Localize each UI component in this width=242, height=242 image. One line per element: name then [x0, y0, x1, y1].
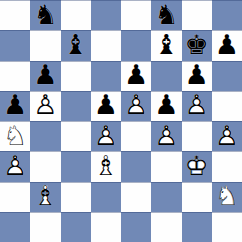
black-pawn-icon: ♟ [121, 61, 151, 91]
square-b1[interactable] [30, 212, 60, 242]
chess-board: ♞♞♝♝♚♟♟♟♟♟♟♙♟♟♙♟♟♙♞♘♟♙♟♙♟♙♟♙♝♗♚♔♝♗♞♘ [0, 0, 242, 242]
white-pawn-icon: ♟♙ [182, 91, 212, 121]
square-h6[interactable] [212, 61, 242, 91]
square-d4[interactable]: ♟♙ [91, 121, 121, 151]
square-d7[interactable] [91, 30, 121, 60]
square-g8[interactable] [182, 0, 212, 30]
square-e7[interactable] [121, 30, 151, 60]
square-f3[interactable] [151, 151, 181, 181]
square-e3[interactable] [121, 151, 151, 181]
square-g3[interactable]: ♚♔ [182, 151, 212, 181]
square-f4[interactable]: ♟♙ [151, 121, 181, 151]
square-g7[interactable]: ♚ [182, 30, 212, 60]
square-b5[interactable]: ♟♙ [30, 91, 60, 121]
black-knight-icon: ♞ [30, 0, 60, 30]
square-c1[interactable] [61, 212, 91, 242]
square-h1[interactable] [212, 212, 242, 242]
white-king-icon: ♚♔ [182, 151, 212, 181]
square-b2[interactable]: ♝♗ [30, 182, 60, 212]
square-b8[interactable]: ♞ [30, 0, 60, 30]
square-g1[interactable] [182, 212, 212, 242]
black-pawn-icon: ♟ [30, 61, 60, 91]
black-pawn-icon: ♟ [0, 91, 30, 121]
white-pawn-icon: ♟♙ [91, 121, 121, 151]
square-g6[interactable]: ♟ [182, 61, 212, 91]
square-a1[interactable] [0, 212, 30, 242]
square-a3[interactable]: ♟♙ [0, 151, 30, 181]
square-h5[interactable] [212, 91, 242, 121]
square-e1[interactable] [121, 212, 151, 242]
square-f6[interactable] [151, 61, 181, 91]
white-bishop-icon: ♝♗ [30, 182, 60, 212]
square-d6[interactable] [91, 61, 121, 91]
square-a2[interactable] [0, 182, 30, 212]
square-c8[interactable] [61, 0, 91, 30]
square-b6[interactable]: ♟ [30, 61, 60, 91]
square-g5[interactable]: ♟♙ [182, 91, 212, 121]
square-b7[interactable] [30, 30, 60, 60]
black-pawn-icon: ♟ [151, 91, 181, 121]
white-knight-icon: ♞♘ [212, 182, 242, 212]
square-a7[interactable] [0, 30, 30, 60]
square-a5[interactable]: ♟ [0, 91, 30, 121]
square-c4[interactable] [61, 121, 91, 151]
square-b3[interactable] [30, 151, 60, 181]
black-king-icon: ♚ [182, 30, 212, 60]
square-a8[interactable] [0, 0, 30, 30]
black-pawn-icon: ♟ [91, 91, 121, 121]
white-pawn-icon: ♟♙ [151, 121, 181, 151]
square-a6[interactable] [0, 61, 30, 91]
square-e8[interactable] [121, 0, 151, 30]
square-f1[interactable] [151, 212, 181, 242]
black-bishop-icon: ♝ [61, 30, 91, 60]
square-d3[interactable]: ♝♗ [91, 151, 121, 181]
square-c2[interactable] [61, 182, 91, 212]
square-h7[interactable]: ♟ [212, 30, 242, 60]
square-b4[interactable] [30, 121, 60, 151]
square-d8[interactable] [91, 0, 121, 30]
square-e5[interactable]: ♟♙ [121, 91, 151, 121]
square-a4[interactable]: ♞♘ [0, 121, 30, 151]
white-pawn-icon: ♟♙ [30, 91, 60, 121]
square-d2[interactable] [91, 182, 121, 212]
white-bishop-icon: ♝♗ [91, 151, 121, 181]
square-c7[interactable]: ♝ [61, 30, 91, 60]
black-pawn-icon: ♟ [212, 30, 242, 60]
white-pawn-icon: ♟♙ [212, 121, 242, 151]
black-knight-icon: ♞ [151, 0, 181, 30]
black-pawn-icon: ♟ [182, 61, 212, 91]
square-c6[interactable] [61, 61, 91, 91]
square-g2[interactable] [182, 182, 212, 212]
square-h3[interactable] [212, 151, 242, 181]
square-e6[interactable]: ♟ [121, 61, 151, 91]
square-c3[interactable] [61, 151, 91, 181]
white-pawn-icon: ♟♙ [121, 91, 151, 121]
white-knight-icon: ♞♘ [0, 121, 30, 151]
square-h8[interactable] [212, 0, 242, 30]
square-f2[interactable] [151, 182, 181, 212]
square-f5[interactable]: ♟ [151, 91, 181, 121]
square-e2[interactable] [121, 182, 151, 212]
square-g4[interactable] [182, 121, 212, 151]
square-d5[interactable]: ♟ [91, 91, 121, 121]
square-h2[interactable]: ♞♘ [212, 182, 242, 212]
square-f7[interactable]: ♝ [151, 30, 181, 60]
square-d1[interactable] [91, 212, 121, 242]
square-f8[interactable]: ♞ [151, 0, 181, 30]
white-pawn-icon: ♟♙ [0, 151, 30, 181]
square-h4[interactable]: ♟♙ [212, 121, 242, 151]
square-e4[interactable] [121, 121, 151, 151]
black-bishop-icon: ♝ [151, 30, 181, 60]
square-c5[interactable] [61, 91, 91, 121]
